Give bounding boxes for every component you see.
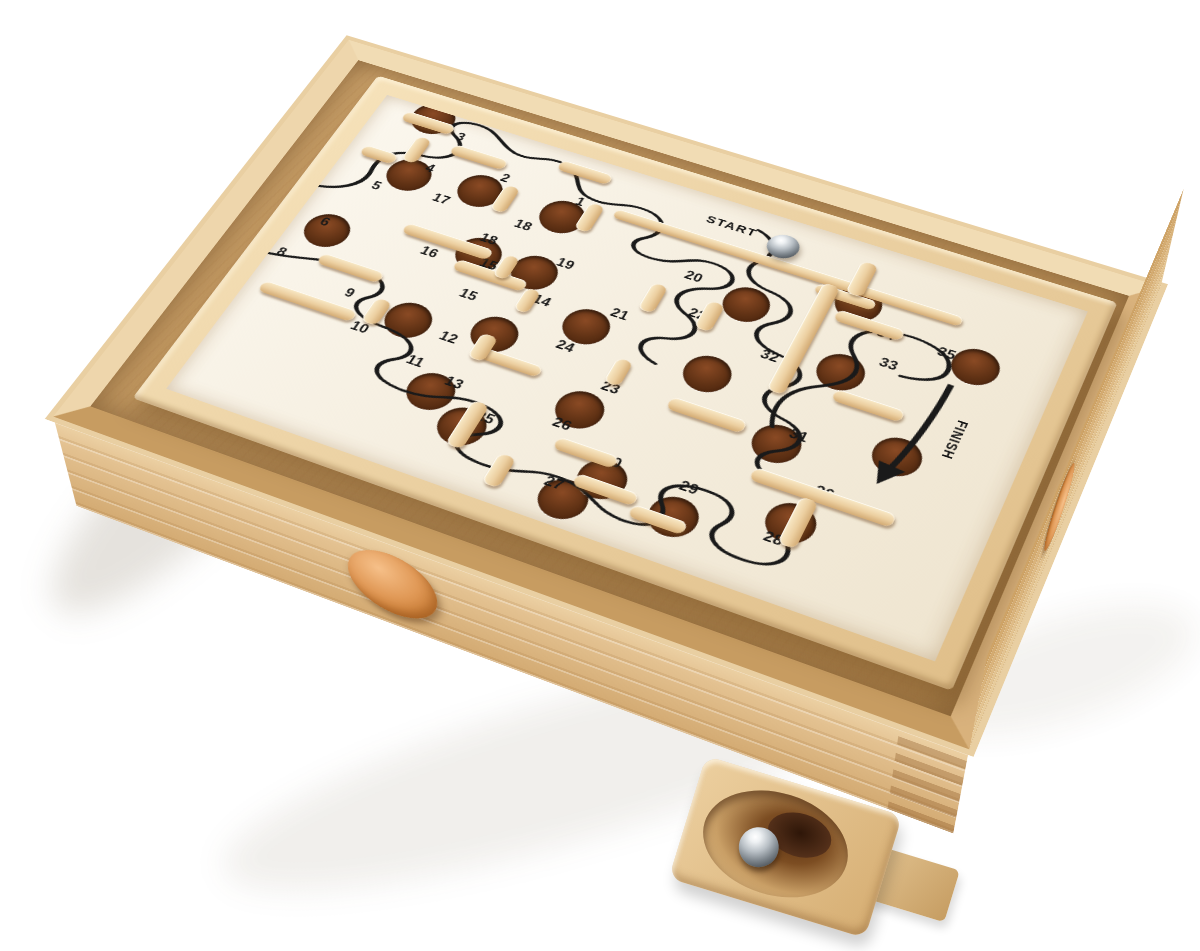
maze-hole <box>398 367 464 416</box>
labyrinth-box: START FINISH 342151718181920681615141591… <box>53 40 1160 749</box>
finish-arrow-line <box>889 379 951 476</box>
maze-wall <box>445 400 489 449</box>
hole-number-label: 28 <box>761 528 786 548</box>
hole-number-label: 13 <box>442 374 467 392</box>
maze-hole <box>429 402 495 452</box>
maze-wall <box>627 504 688 535</box>
maze-path-line <box>641 230 889 482</box>
hole-number-label: 27 <box>541 474 566 494</box>
maze-wall <box>749 467 897 528</box>
hole-number-label: 26 <box>550 415 575 434</box>
maze-path-line <box>620 470 803 574</box>
maze-hole <box>809 348 871 396</box>
maze-hole <box>547 385 612 434</box>
maze-wall <box>777 496 819 549</box>
maze-wall <box>479 348 544 378</box>
hole-number-label: 33 <box>877 356 901 374</box>
maze-hole <box>640 490 707 543</box>
maze-wall <box>666 396 748 433</box>
hole-number-label: 29 <box>676 478 701 498</box>
maze-hole <box>865 431 929 482</box>
maze-wall <box>481 453 516 488</box>
hole-number-label: 31 <box>787 426 811 445</box>
maze-wall <box>603 357 634 387</box>
hole-number-label: 25 <box>473 409 498 428</box>
maze-hole <box>744 419 808 469</box>
hole-number-label: 23 <box>598 379 622 397</box>
finish-arrow-head <box>869 460 907 490</box>
maze-wall <box>831 388 906 422</box>
tray-scoop <box>690 773 861 914</box>
product-photo-labyrinth-game: { "game": "labyrinth (wooden tilt-maze b… <box>0 0 1200 951</box>
maze-hole <box>758 497 824 550</box>
hole-number-label: 36 <box>812 483 837 503</box>
